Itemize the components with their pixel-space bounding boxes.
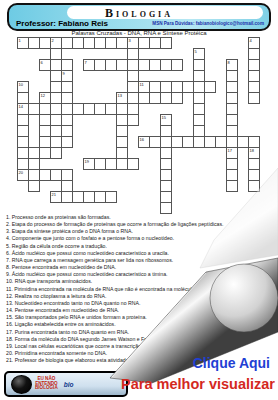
clue-item: 15. São transportados pelo RNA e unidos …	[6, 314, 276, 321]
click-here-link[interactable]: Clique Aqui	[193, 355, 270, 371]
clue-item: 6. Ácido nucléico que possui como nucleo…	[6, 250, 276, 257]
professor-name: Professor: Fabiano Reis	[16, 19, 108, 28]
crossword-cell[interactable]	[28, 180, 40, 192]
clue-item: 1. Processo onde as proteínas são formad…	[6, 214, 276, 221]
clue-item: 7. RNA que carrega a mensagem genética p…	[6, 257, 276, 264]
clue-number: 12	[41, 93, 45, 98]
clue-number: 14	[19, 104, 23, 109]
clue-number: 4	[250, 38, 252, 43]
crossword-cell[interactable]	[61, 136, 73, 148]
clue-item: 10. RNA que transporta aminoácidos.	[6, 278, 276, 285]
crossword-cell[interactable]	[248, 92, 260, 104]
clue-item: 18. Forma da molécula do DNA segundo Jam…	[6, 336, 276, 343]
crossword-cell[interactable]	[248, 180, 260, 192]
clue-number: 3	[129, 38, 131, 43]
clue-item: 9. Ácido nucléico que possui como nucleo…	[6, 271, 276, 278]
crossword-cell[interactable]	[171, 92, 183, 104]
clue-item: 19. Local nas células eucarióticas que o…	[6, 343, 276, 350]
clue-number: 1	[19, 38, 21, 43]
clue-number: 5	[195, 49, 197, 54]
clue-item: 3. Etapa da síntese protéica onde o DNA …	[6, 228, 276, 235]
clue-item: 12. Realiza no citoplasma a leitura do R…	[6, 293, 276, 300]
puzzle-subtitle: Palavras Cruzadas - DNA, RNA e Síntese P…	[0, 30, 278, 36]
clue-number: 6	[41, 60, 43, 65]
crossword-cell[interactable]	[160, 37, 172, 49]
clue-number: 17	[228, 148, 232, 153]
clue-number: 2	[52, 38, 54, 43]
clue-item: 16. Ligação estabelecida entre os aminoá…	[6, 321, 276, 328]
clue-item: 17. Purina encontrada tanto no DNA quant…	[6, 329, 276, 336]
clue-number: 19	[85, 159, 89, 164]
blog-badge-text: EU NÃOENTENDOBIOLOGIA	[35, 377, 58, 391]
clue-item: 2. Etapa do processo de formação de prot…	[6, 221, 276, 228]
blog-badge-suffix: bio	[64, 381, 74, 388]
crossword-cell[interactable]	[204, 81, 216, 93]
clue-number: 15	[162, 115, 166, 120]
clue-number: 9	[63, 71, 65, 76]
clue-number: 7	[85, 60, 87, 65]
clue-number: 10	[19, 82, 23, 87]
crossword-cell[interactable]	[127, 158, 139, 170]
crossword-cell[interactable]	[160, 202, 172, 214]
clue-number: 16	[140, 137, 144, 142]
clue-number: 20	[19, 170, 23, 175]
crossword-cell[interactable]	[171, 59, 183, 71]
clue-number: 13	[118, 93, 122, 98]
clue-item: 13. Nucleotídeo encontrado tanto no DNA …	[6, 300, 276, 307]
clue-item: 4. Componente que junto com o fosfato e …	[6, 235, 276, 242]
clue-item: 14. Pentose encontrada em nucleotídeo de…	[6, 307, 276, 314]
clue-number: 18	[250, 148, 254, 153]
clue-number: 21	[52, 192, 56, 197]
blog-badge-line: BIOLOGIA	[35, 386, 58, 391]
clue-number: 11	[140, 82, 144, 87]
crossword-cell[interactable]	[105, 191, 117, 203]
disc-icon	[11, 375, 32, 394]
crossword-cell[interactable]	[127, 114, 139, 126]
crossword-cell[interactable]	[50, 147, 62, 159]
crossword-grid: 123456789101112131415161718192021	[6, 37, 270, 213]
contact-email: MSN Para Dúvidas: fabianobiologico@hotma…	[152, 21, 264, 26]
clue-item: 8. Pentose encontrada em nucleotídeo de …	[6, 264, 276, 271]
clue-item: 5. Região da célula onde ocorre a traduç…	[6, 243, 276, 250]
clue-number: 8	[228, 60, 230, 65]
crossword-cell[interactable]	[226, 180, 238, 192]
clue-list: 1. Processo onde as proteínas são formad…	[6, 214, 276, 364]
better-view-text: Para melhor visualizar	[121, 376, 275, 392]
blog-badge[interactable]: EU NÃOENTENDOBIOLOGIA bio	[4, 371, 128, 397]
header-banner: Biologia Professor: Fabiano Reis MSN Par…	[7, 3, 271, 31]
clue-item: 11. Pirimidina encontrada na molécula de…	[6, 286, 276, 293]
